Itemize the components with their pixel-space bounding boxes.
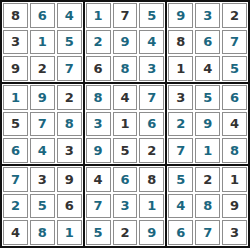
cell-r2c4[interactable]: 2	[86, 30, 111, 55]
cell-r7c1[interactable]: 7	[3, 167, 28, 192]
cell-r8c6[interactable]: 1	[139, 194, 164, 219]
cell-r3c9[interactable]: 5	[222, 56, 247, 81]
sudoku-box-1: 864315927	[2, 2, 83, 82]
cell-r4c3[interactable]: 2	[57, 85, 82, 110]
cell-r6c2[interactable]: 4	[30, 138, 55, 163]
cell-r2c3[interactable]: 5	[57, 30, 82, 55]
sudoku-box-7: 739256481	[2, 166, 83, 246]
sudoku-box-6: 356294718	[167, 84, 248, 164]
cell-r7c5[interactable]: 6	[113, 167, 138, 192]
cell-r2c7[interactable]: 8	[168, 30, 193, 55]
cell-r2c1[interactable]: 3	[3, 30, 28, 55]
cell-r9c2[interactable]: 8	[30, 220, 55, 245]
cell-r3c5[interactable]: 8	[113, 56, 138, 81]
cell-r5c5[interactable]: 1	[113, 112, 138, 137]
cell-r4c9[interactable]: 6	[222, 85, 247, 110]
cell-r4c5[interactable]: 4	[113, 85, 138, 110]
cell-r2c5[interactable]: 9	[113, 30, 138, 55]
cell-r5c6[interactable]: 6	[139, 112, 164, 137]
cell-r9c1[interactable]: 4	[3, 220, 28, 245]
cell-r9c6[interactable]: 9	[139, 220, 164, 245]
cell-r5c4[interactable]: 3	[86, 112, 111, 137]
cell-r1c4[interactable]: 1	[86, 3, 111, 28]
cell-r3c7[interactable]: 1	[168, 56, 193, 81]
cell-r6c7[interactable]: 7	[168, 138, 193, 163]
cell-r3c2[interactable]: 2	[30, 56, 55, 81]
cell-r4c2[interactable]: 9	[30, 85, 55, 110]
sudoku-box-3: 932867145	[167, 2, 248, 82]
cell-r7c2[interactable]: 3	[30, 167, 55, 192]
cell-r1c6[interactable]: 5	[139, 3, 164, 28]
cell-r1c3[interactable]: 4	[57, 3, 82, 28]
cell-r4c8[interactable]: 5	[195, 85, 220, 110]
cell-r1c5[interactable]: 7	[113, 3, 138, 28]
cell-r8c1[interactable]: 2	[3, 194, 28, 219]
cell-r6c6[interactable]: 2	[139, 138, 164, 163]
sudoku-box-9: 521489673	[167, 166, 248, 246]
cell-r8c9[interactable]: 9	[222, 194, 247, 219]
cell-r8c4[interactable]: 7	[86, 194, 111, 219]
cell-r7c8[interactable]: 2	[195, 167, 220, 192]
cell-r4c7[interactable]: 3	[168, 85, 193, 110]
cell-r7c7[interactable]: 5	[168, 167, 193, 192]
cell-r5c3[interactable]: 8	[57, 112, 82, 137]
cell-r6c1[interactable]: 6	[3, 138, 28, 163]
cell-r3c4[interactable]: 6	[86, 56, 111, 81]
cell-r4c1[interactable]: 1	[3, 85, 28, 110]
cell-r4c6[interactable]: 7	[139, 85, 164, 110]
sudoku-box-2: 175294683	[85, 2, 166, 82]
cell-r9c7[interactable]: 6	[168, 220, 193, 245]
cell-r7c3[interactable]: 9	[57, 167, 82, 192]
sudoku-board: 8643159271752946839328671451925786438473…	[0, 0, 250, 248]
sudoku-box-8: 468731529	[85, 166, 166, 246]
cell-r1c1[interactable]: 8	[3, 3, 28, 28]
cell-r2c8[interactable]: 6	[195, 30, 220, 55]
cell-r6c9[interactable]: 8	[222, 138, 247, 163]
sudoku-box-5: 847316952	[85, 84, 166, 164]
cell-r8c3[interactable]: 6	[57, 194, 82, 219]
cell-r7c4[interactable]: 4	[86, 167, 111, 192]
cell-r1c2[interactable]: 6	[30, 3, 55, 28]
cell-r5c8[interactable]: 9	[195, 112, 220, 137]
cell-r6c4[interactable]: 9	[86, 138, 111, 163]
cell-r1c7[interactable]: 9	[168, 3, 193, 28]
cell-r1c8[interactable]: 3	[195, 3, 220, 28]
cell-r9c4[interactable]: 5	[86, 220, 111, 245]
cell-r7c9[interactable]: 1	[222, 167, 247, 192]
cell-r3c3[interactable]: 7	[57, 56, 82, 81]
cell-r6c5[interactable]: 5	[113, 138, 138, 163]
sudoku-box-4: 192578643	[2, 84, 83, 164]
cell-r9c5[interactable]: 2	[113, 220, 138, 245]
cell-r8c2[interactable]: 5	[30, 194, 55, 219]
cell-r3c8[interactable]: 4	[195, 56, 220, 81]
cell-r9c9[interactable]: 3	[222, 220, 247, 245]
cell-r5c7[interactable]: 2	[168, 112, 193, 137]
cell-r6c3[interactable]: 3	[57, 138, 82, 163]
cell-r2c6[interactable]: 4	[139, 30, 164, 55]
cell-r9c3[interactable]: 1	[57, 220, 82, 245]
cell-r2c2[interactable]: 1	[30, 30, 55, 55]
cell-r4c4[interactable]: 8	[86, 85, 111, 110]
cell-r8c7[interactable]: 4	[168, 194, 193, 219]
cell-r5c2[interactable]: 7	[30, 112, 55, 137]
cell-r6c8[interactable]: 1	[195, 138, 220, 163]
cell-r5c1[interactable]: 5	[3, 112, 28, 137]
cell-r9c8[interactable]: 7	[195, 220, 220, 245]
cell-r3c6[interactable]: 3	[139, 56, 164, 81]
cell-r7c6[interactable]: 8	[139, 167, 164, 192]
cell-r3c1[interactable]: 9	[3, 56, 28, 81]
cell-r1c9[interactable]: 2	[222, 3, 247, 28]
cell-r8c8[interactable]: 8	[195, 194, 220, 219]
cell-r5c9[interactable]: 4	[222, 112, 247, 137]
cell-r2c9[interactable]: 7	[222, 30, 247, 55]
cell-r8c5[interactable]: 3	[113, 194, 138, 219]
